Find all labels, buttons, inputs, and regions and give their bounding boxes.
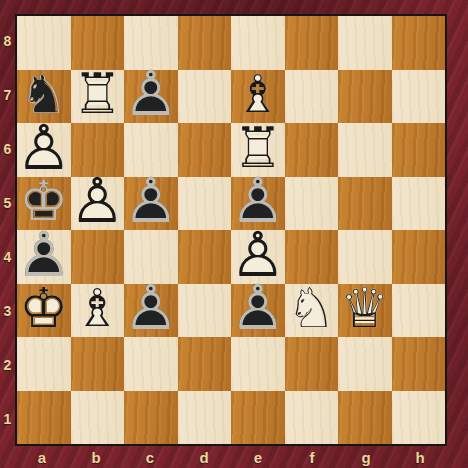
square-g6[interactable] [338,123,392,177]
square-a2[interactable] [17,337,71,391]
square-a4[interactable]: ♟♙ [17,230,71,284]
square-a7[interactable]: ♞♘ [17,70,71,124]
square-e1[interactable] [231,391,285,445]
square-g1[interactable] [338,391,392,445]
piece-white-king[interactable]: ♚♔ [17,284,71,338]
rank-label-5: 5 [0,176,15,230]
square-f3[interactable]: ♞♘ [285,284,339,338]
piece-white-pawn[interactable]: ♟♙ [231,230,285,284]
piece-black-knight[interactable]: ♞♘ [17,70,71,124]
file-label-a: a [15,446,69,468]
white-queen-outline-glyph: ♕ [338,281,392,335]
white-pawn-fill-glyph: ♟ [17,121,71,175]
square-d7[interactable] [178,70,232,124]
black-pawn-outline-glyph: ♙ [124,174,178,228]
square-f2[interactable] [285,337,339,391]
white-rook-outline-glyph: ♖ [71,67,125,121]
black-pawn-outline-glyph: ♙ [124,281,178,335]
square-e7[interactable]: ♝♗ [231,70,285,124]
piece-black-pawn[interactable]: ♟♙ [124,70,178,124]
square-e8[interactable] [231,16,285,70]
square-c1[interactable] [124,391,178,445]
square-a8[interactable] [17,16,71,70]
white-rook-fill-glyph: ♜ [71,67,125,121]
black-pawn-fill-glyph: ♟ [17,228,71,281]
white-queen-fill-glyph: ♛ [338,281,392,335]
piece-white-queen[interactable]: ♛♕ [338,284,392,338]
file-label-g: g [339,446,393,468]
square-h5[interactable] [392,177,446,231]
square-h1[interactable] [392,391,446,445]
square-b8[interactable] [71,16,125,70]
rank-label-1: 1 [0,392,15,446]
piece-black-pawn[interactable]: ♟♙ [231,284,285,338]
white-pawn-outline-glyph: ♙ [71,174,125,228]
square-c8[interactable] [124,16,178,70]
black-pawn-fill-glyph: ♟ [231,174,285,228]
square-f7[interactable] [285,70,339,124]
file-label-f: f [285,446,339,468]
square-a1[interactable] [17,391,71,445]
white-pawn-outline-glyph: ♙ [231,228,285,281]
square-a5[interactable]: ♚♔ [17,177,71,231]
square-c7[interactable]: ♟♙ [124,70,178,124]
rank-labels: 87654321 [0,14,15,446]
piece-black-king[interactable]: ♚♔ [17,177,71,231]
black-pawn-fill-glyph: ♟ [231,281,285,335]
white-king-outline-glyph: ♔ [17,281,71,335]
piece-black-pawn[interactable]: ♟♙ [231,177,285,231]
piece-black-pawn[interactable]: ♟♙ [124,177,178,231]
square-c6[interactable] [124,123,178,177]
white-pawn-fill-glyph: ♟ [71,174,125,228]
square-d1[interactable] [178,391,232,445]
file-labels: abcdefgh [15,446,447,468]
square-h2[interactable] [392,337,446,391]
white-bishop-outline-glyph: ♗ [71,281,125,335]
piece-white-knight[interactable]: ♞♘ [285,284,339,338]
square-b5[interactable]: ♟♙ [71,177,125,231]
white-pawn-outline-glyph: ♙ [17,121,71,175]
square-g5[interactable] [338,177,392,231]
square-d3[interactable] [178,284,232,338]
square-d2[interactable] [178,337,232,391]
rank-label-4: 4 [0,230,15,284]
black-pawn-outline-glyph: ♙ [17,228,71,281]
square-a3[interactable]: ♚♔ [17,284,71,338]
white-rook-fill-glyph: ♜ [231,121,285,175]
square-c5[interactable]: ♟♙ [124,177,178,231]
white-knight-fill-glyph: ♞ [285,281,339,335]
square-b7[interactable]: ♜♖ [71,70,125,124]
square-f1[interactable] [285,391,339,445]
black-pawn-fill-glyph: ♟ [124,281,178,335]
square-g4[interactable] [338,230,392,284]
rank-label-2: 2 [0,338,15,392]
board-frame: ♞♘♜♖♟♙♝♗♟♙♜♖♚♔♟♙♟♙♟♙♟♙♟♙♚♔♝♗♟♙♟♙♞♘♛♕ 876… [0,0,468,468]
black-pawn-outline-glyph: ♙ [124,67,178,121]
board: ♞♘♜♖♟♙♝♗♟♙♜♖♚♔♟♙♟♙♟♙♟♙♟♙♚♔♝♗♟♙♟♙♞♘♛♕ [15,14,447,446]
black-king-outline-glyph: ♔ [17,174,71,228]
black-pawn-outline-glyph: ♙ [231,281,285,335]
square-b4[interactable] [71,230,125,284]
piece-white-rook[interactable]: ♜♖ [71,70,125,124]
piece-black-pawn[interactable]: ♟♙ [17,230,71,284]
square-c3[interactable]: ♟♙ [124,284,178,338]
square-g7[interactable] [338,70,392,124]
square-c4[interactable] [124,230,178,284]
white-bishop-fill-glyph: ♝ [231,67,285,121]
rank-label-7: 7 [0,68,15,122]
rank-label-8: 8 [0,14,15,68]
square-e3[interactable]: ♟♙ [231,284,285,338]
file-label-e: e [231,446,285,468]
white-rook-outline-glyph: ♖ [231,121,285,175]
file-label-b: b [69,446,123,468]
black-knight-outline-glyph: ♘ [17,67,71,121]
piece-white-bishop[interactable]: ♝♗ [231,70,285,124]
square-c2[interactable] [124,337,178,391]
square-d5[interactable] [178,177,232,231]
black-pawn-fill-glyph: ♟ [124,67,178,121]
black-king-fill-glyph: ♚ [17,174,71,228]
black-knight-fill-glyph: ♞ [17,67,71,121]
rank-label-3: 3 [0,284,15,338]
black-pawn-fill-glyph: ♟ [124,174,178,228]
file-label-h: h [393,446,447,468]
square-h7[interactable] [392,70,446,124]
square-g2[interactable] [338,337,392,391]
white-knight-outline-glyph: ♘ [285,281,339,335]
square-h8[interactable] [392,16,446,70]
white-bishop-outline-glyph: ♗ [231,67,285,121]
white-king-fill-glyph: ♚ [17,281,71,335]
square-d6[interactable] [178,123,232,177]
square-e4[interactable]: ♟♙ [231,230,285,284]
square-b2[interactable] [71,337,125,391]
square-e5[interactable]: ♟♙ [231,177,285,231]
square-d8[interactable] [178,16,232,70]
piece-white-bishop[interactable]: ♝♗ [71,284,125,338]
file-label-c: c [123,446,177,468]
piece-white-rook[interactable]: ♜♖ [231,123,285,177]
square-g8[interactable] [338,16,392,70]
piece-white-pawn[interactable]: ♟♙ [17,123,71,177]
black-pawn-outline-glyph: ♙ [231,174,285,228]
piece-black-pawn[interactable]: ♟♙ [124,284,178,338]
square-h4[interactable] [392,230,446,284]
square-b6[interactable] [71,123,125,177]
square-h3[interactable] [392,284,446,338]
square-f6[interactable] [285,123,339,177]
square-g3[interactable]: ♛♕ [338,284,392,338]
white-pawn-fill-glyph: ♟ [231,228,285,281]
square-e2[interactable] [231,337,285,391]
square-f8[interactable] [285,16,339,70]
file-label-d: d [177,446,231,468]
square-b3[interactable]: ♝♗ [71,284,125,338]
square-h6[interactable] [392,123,446,177]
square-e6[interactable]: ♜♖ [231,123,285,177]
square-b1[interactable] [71,391,125,445]
piece-white-pawn[interactable]: ♟♙ [71,177,125,231]
white-bishop-fill-glyph: ♝ [71,281,125,335]
rank-label-6: 6 [0,122,15,176]
square-a6[interactable]: ♟♙ [17,123,71,177]
square-d4[interactable] [178,230,232,284]
square-f4[interactable] [285,230,339,284]
square-f5[interactable] [285,177,339,231]
